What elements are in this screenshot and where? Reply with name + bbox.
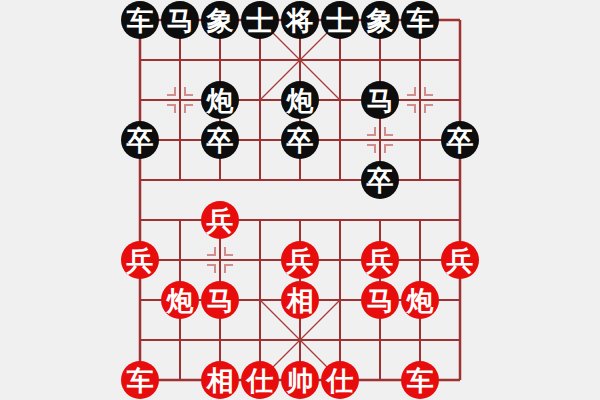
piece-red-soldier[interactable]: 兵 (361, 241, 399, 279)
piece-black-soldier[interactable]: 卒 (361, 161, 399, 199)
piece-red-chariot[interactable]: 车 (401, 361, 439, 399)
piece-black-chariot[interactable]: 车 (121, 1, 159, 39)
piece-black-horse[interactable]: 马 (361, 81, 399, 119)
piece-red-advisor[interactable]: 仕 (241, 361, 279, 399)
piece-red-elephant[interactable]: 相 (281, 281, 319, 319)
piece-black-advisor[interactable]: 士 (241, 1, 279, 39)
piece-black-soldier[interactable]: 卒 (121, 121, 159, 159)
piece-red-cannon[interactable]: 炮 (401, 281, 439, 319)
piece-red-soldier[interactable]: 兵 (201, 201, 239, 239)
piece-black-general[interactable]: 将 (281, 1, 319, 39)
xiangqi-app-background: 车马象士将士象车炮炮马卒卒卒卒卒兵兵兵兵兵炮马相马炮车相仕帅仕车 (0, 0, 600, 400)
piece-red-advisor[interactable]: 仕 (321, 361, 359, 399)
piece-black-chariot[interactable]: 车 (401, 1, 439, 39)
piece-black-soldier[interactable]: 卒 (281, 121, 319, 159)
piece-black-horse[interactable]: 马 (161, 1, 199, 39)
piece-red-general[interactable]: 帅 (281, 361, 319, 399)
xiangqi-board-grid[interactable] (0, 0, 600, 400)
piece-red-elephant[interactable]: 相 (201, 361, 239, 399)
piece-black-cannon[interactable]: 炮 (281, 81, 319, 119)
piece-black-soldier[interactable]: 卒 (441, 121, 479, 159)
piece-red-horse[interactable]: 马 (361, 281, 399, 319)
piece-red-chariot[interactable]: 车 (121, 361, 159, 399)
piece-red-horse[interactable]: 马 (201, 281, 239, 319)
piece-black-elephant[interactable]: 象 (361, 1, 399, 39)
piece-red-soldier[interactable]: 兵 (121, 241, 159, 279)
piece-red-cannon[interactable]: 炮 (161, 281, 199, 319)
piece-red-soldier[interactable]: 兵 (441, 241, 479, 279)
piece-black-soldier[interactable]: 卒 (201, 121, 239, 159)
piece-black-advisor[interactable]: 士 (321, 1, 359, 39)
piece-black-cannon[interactable]: 炮 (201, 81, 239, 119)
piece-red-soldier[interactable]: 兵 (281, 241, 319, 279)
piece-black-elephant[interactable]: 象 (201, 1, 239, 39)
